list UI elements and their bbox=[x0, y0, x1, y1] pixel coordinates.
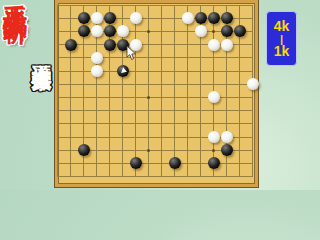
go-board[interactable] bbox=[55, 0, 258, 187]
black-stone bbox=[169, 157, 181, 169]
black-stone bbox=[221, 25, 233, 37]
black-stone bbox=[208, 12, 220, 24]
grid-line-vertical bbox=[70, 5, 71, 177]
grid-line-horizontal bbox=[58, 110, 253, 111]
grid-line-horizontal bbox=[58, 57, 253, 58]
black-stone bbox=[208, 157, 220, 169]
black-stone bbox=[195, 12, 207, 24]
grid-line-vertical bbox=[135, 5, 136, 177]
grid-line-horizontal bbox=[58, 176, 253, 177]
mouse-cursor-icon bbox=[126, 46, 137, 61]
rank-divider: | bbox=[280, 34, 283, 44]
rank-range-badge: 4k | 1k bbox=[266, 11, 297, 66]
white-stone bbox=[117, 25, 129, 37]
white-stone bbox=[208, 39, 220, 51]
white-stone bbox=[247, 78, 259, 90]
grid-line-horizontal bbox=[58, 97, 253, 98]
video-frame: { "game": "go", "overlays": { "banner_re… bbox=[0, 0, 304, 190]
white-stone bbox=[195, 25, 207, 37]
grid-line-horizontal bbox=[58, 5, 253, 6]
white-stone bbox=[130, 12, 142, 24]
white-stone bbox=[221, 39, 233, 51]
white-stone bbox=[91, 65, 103, 77]
black-stone bbox=[78, 25, 90, 37]
white-stone bbox=[208, 91, 220, 103]
star-point bbox=[147, 30, 150, 33]
white-stone bbox=[182, 12, 194, 24]
black-stone bbox=[221, 144, 233, 156]
black-stone bbox=[78, 12, 90, 24]
star-point bbox=[147, 96, 150, 99]
black-stone bbox=[130, 157, 142, 169]
black-stone bbox=[65, 39, 77, 51]
last-move-marker bbox=[121, 67, 128, 74]
black-stone bbox=[78, 144, 90, 156]
white-stone bbox=[91, 52, 103, 64]
black-stone bbox=[117, 65, 129, 77]
white-stone bbox=[221, 131, 233, 143]
white-stone bbox=[91, 12, 103, 24]
star-point bbox=[212, 149, 215, 152]
black-stone bbox=[104, 39, 116, 51]
black-stone bbox=[104, 12, 116, 24]
white-stone bbox=[91, 25, 103, 37]
grid-line-vertical bbox=[57, 5, 58, 177]
grid-line-vertical bbox=[161, 5, 162, 177]
grid-line-horizontal bbox=[58, 123, 253, 124]
grid-line-vertical bbox=[174, 5, 175, 177]
black-stone bbox=[234, 25, 246, 37]
grid-line-horizontal bbox=[58, 84, 253, 85]
grid-line-horizontal bbox=[58, 163, 253, 164]
grid-line-vertical bbox=[252, 5, 253, 177]
star-point bbox=[147, 149, 150, 152]
star-point bbox=[212, 30, 215, 33]
white-stone bbox=[208, 131, 220, 143]
black-stone bbox=[221, 12, 233, 24]
rank-top-label: 4k bbox=[274, 19, 290, 34]
grid-line-horizontal bbox=[58, 71, 253, 72]
grid-line-vertical bbox=[187, 5, 188, 177]
rank-bottom-label: 1k bbox=[274, 44, 290, 59]
black-stone bbox=[104, 25, 116, 37]
